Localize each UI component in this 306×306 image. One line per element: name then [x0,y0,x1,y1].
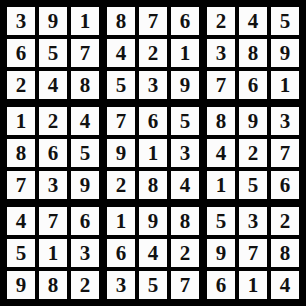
cell-r1c1[interactable]: 3 [7,7,35,35]
cell-r2c3[interactable]: 7 [71,39,99,67]
cell-r5c9[interactable]: 7 [271,139,299,167]
cell-r7c9[interactable]: 2 [271,207,299,235]
cell-r8c4[interactable]: 6 [107,239,135,267]
cell-r5c5[interactable]: 1 [139,139,167,167]
box-6: 893427156 [207,107,299,199]
cell-r9c4[interactable]: 3 [107,271,135,299]
cell-r8c8[interactable]: 7 [239,239,267,267]
cell-r5c4[interactable]: 9 [107,139,135,167]
box-2: 876421539 [107,7,199,99]
cell-r5c1[interactable]: 8 [7,139,35,167]
box-grid: 3916572488764215392453897611248657397659… [7,7,299,299]
box-1: 391657248 [7,7,99,99]
cell-r3c4[interactable]: 5 [107,71,135,99]
cell-r3c6[interactable]: 9 [171,71,199,99]
cell-r4c6[interactable]: 5 [171,107,199,135]
cell-r1c4[interactable]: 8 [107,7,135,35]
cell-r6c3[interactable]: 9 [71,171,99,199]
cell-r4c1[interactable]: 1 [7,107,35,135]
cell-r8c9[interactable]: 8 [271,239,299,267]
cell-r2c5[interactable]: 2 [139,39,167,67]
box-5: 765913284 [107,107,199,199]
cell-r5c7[interactable]: 4 [207,139,235,167]
cell-r8c5[interactable]: 4 [139,239,167,267]
cell-r1c2[interactable]: 9 [39,7,67,35]
cell-r4c3[interactable]: 4 [71,107,99,135]
cell-r9c8[interactable]: 1 [239,271,267,299]
cell-r3c5[interactable]: 3 [139,71,167,99]
cell-r9c3[interactable]: 2 [71,271,99,299]
box-3: 245389761 [207,7,299,99]
cell-r9c9[interactable]: 4 [271,271,299,299]
cell-r4c4[interactable]: 7 [107,107,135,135]
cell-r6c8[interactable]: 5 [239,171,267,199]
cell-r2c7[interactable]: 3 [207,39,235,67]
cell-r2c2[interactable]: 5 [39,39,67,67]
cell-r3c1[interactable]: 2 [7,71,35,99]
sudoku-board: 3916572488764215392453897611248657397659… [0,0,306,306]
cell-r1c5[interactable]: 7 [139,7,167,35]
cell-r6c7[interactable]: 1 [207,171,235,199]
cell-r5c8[interactable]: 2 [239,139,267,167]
cell-r5c3[interactable]: 5 [71,139,99,167]
cell-r7c4[interactable]: 1 [107,207,135,235]
cell-r6c1[interactable]: 7 [7,171,35,199]
cell-r4c7[interactable]: 8 [207,107,235,135]
cell-r3c9[interactable]: 1 [271,71,299,99]
cell-r8c2[interactable]: 1 [39,239,67,267]
cell-r8c3[interactable]: 3 [71,239,99,267]
box-8: 198642357 [107,207,199,299]
cell-r8c6[interactable]: 2 [171,239,199,267]
cell-r4c9[interactable]: 3 [271,107,299,135]
box-7: 476513982 [7,207,99,299]
cell-r2c8[interactable]: 8 [239,39,267,67]
cell-r9c7[interactable]: 6 [207,271,235,299]
cell-r1c3[interactable]: 1 [71,7,99,35]
cell-r6c4[interactable]: 2 [107,171,135,199]
cell-r7c1[interactable]: 4 [7,207,35,235]
cell-r3c2[interactable]: 4 [39,71,67,99]
cell-r9c5[interactable]: 5 [139,271,167,299]
box-9: 532978614 [207,207,299,299]
cell-r6c2[interactable]: 3 [39,171,67,199]
cell-r6c9[interactable]: 6 [271,171,299,199]
cell-r2c9[interactable]: 9 [271,39,299,67]
cell-r9c6[interactable]: 7 [171,271,199,299]
cell-r1c7[interactable]: 2 [207,7,235,35]
cell-r3c3[interactable]: 8 [71,71,99,99]
cell-r7c6[interactable]: 8 [171,207,199,235]
cell-r3c8[interactable]: 6 [239,71,267,99]
cell-r4c2[interactable]: 2 [39,107,67,135]
cell-r8c1[interactable]: 5 [7,239,35,267]
cell-r6c6[interactable]: 4 [171,171,199,199]
cell-r3c7[interactable]: 7 [207,71,235,99]
cell-r4c8[interactable]: 9 [239,107,267,135]
cell-r9c2[interactable]: 8 [39,271,67,299]
cell-r5c2[interactable]: 6 [39,139,67,167]
cell-r7c8[interactable]: 3 [239,207,267,235]
cell-r7c2[interactable]: 7 [39,207,67,235]
cell-r4c5[interactable]: 6 [139,107,167,135]
cell-r5c6[interactable]: 3 [171,139,199,167]
cell-r2c1[interactable]: 6 [7,39,35,67]
cell-r1c6[interactable]: 6 [171,7,199,35]
cell-r7c7[interactable]: 5 [207,207,235,235]
cell-r2c4[interactable]: 4 [107,39,135,67]
cell-r1c9[interactable]: 5 [271,7,299,35]
cell-r9c1[interactable]: 9 [7,271,35,299]
cell-r2c6[interactable]: 1 [171,39,199,67]
cell-r1c8[interactable]: 4 [239,7,267,35]
box-4: 124865739 [7,107,99,199]
cell-r6c5[interactable]: 8 [139,171,167,199]
cell-r8c7[interactable]: 9 [207,239,235,267]
cell-r7c5[interactable]: 9 [139,207,167,235]
cell-r7c3[interactable]: 6 [71,207,99,235]
